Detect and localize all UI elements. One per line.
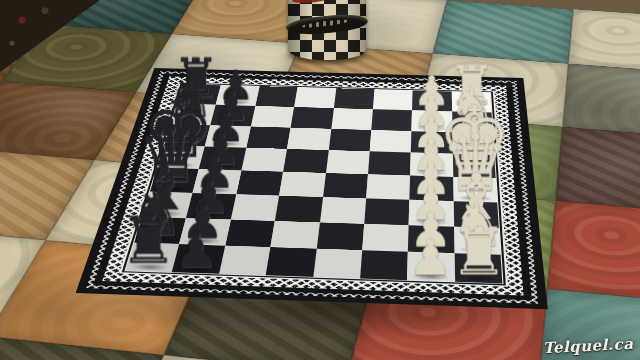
square-b3: [362, 224, 409, 252]
outer-lace-border: ♜♟♟♜♞♟♟♞♝♟♟♝♚♟♟♚♛♟♟♛♝♟♟♝♞♟♟♞♜♟♟♜: [86, 71, 538, 303]
square-c5: [275, 196, 323, 223]
square-a8: ♜: [126, 243, 180, 272]
square-a2: ♟: [407, 252, 454, 282]
pinstripe-outer: ♜♟♟♜♞♟♟♞♝♟♟♝♚♟♟♚♛♟♟♛♝♟♟♝♞♟♟♞♜♟♟♜: [119, 82, 508, 287]
square-a3: [360, 250, 408, 280]
square-g6: [251, 106, 295, 128]
square-a5: [266, 247, 316, 277]
square-b4: [316, 222, 364, 250]
black-pawn-a7: ♟: [173, 225, 217, 274]
square-d5: [279, 172, 325, 197]
square-h3: [373, 89, 413, 110]
black-rook-a8: ♜: [120, 208, 178, 272]
pinstripe-dark: ♜♟♟♜♞♟♟♞♝♟♟♝♚♟♟♚♛♟♟♛♝♟♟♝♞♟♟♞♜♟♟♜: [122, 83, 506, 286]
square-f5: [287, 127, 331, 150]
square-a4: [313, 249, 362, 279]
inner-lace-border: ♜♟♟♜♞♟♟♞♝♟♟♝♚♟♟♚♛♟♟♛♝♟♟♝♞♟♟♞♜♟♟♜: [102, 76, 523, 295]
white-pawn-a2: ♟: [409, 233, 453, 282]
pinstripe-inner: ♜♟♟♜♞♟♟♞♝♟♟♝♚♟♟♚♛♟♟♛♝♟♟♝♞♟♟♞♜♟♟♜: [124, 84, 503, 284]
square-h5: [294, 87, 336, 108]
border-gap: ♜♟♟♜♞♟♟♞♝♟♟♝♚♟♟♚♛♟♟♛♝♟♟♝♞♟♟♞♜♟♟♜: [93, 73, 532, 300]
square-d3: [366, 174, 410, 199]
square-g3: [371, 109, 412, 131]
square-d4: [323, 173, 368, 198]
square-e6: [241, 148, 287, 172]
square-e5: [283, 149, 328, 173]
square-f3: [370, 130, 412, 153]
square-b6: [225, 219, 275, 247]
white-rook-a1: ♜: [449, 219, 507, 284]
square-h4: [333, 88, 374, 109]
square-g5: [291, 107, 334, 129]
square-a1: ♜: [454, 253, 502, 283]
square-c6: [231, 194, 280, 221]
square-e3: [368, 151, 411, 175]
square-a7: ♟: [172, 244, 225, 273]
square-a6: [219, 246, 271, 276]
square-d6: [236, 170, 283, 195]
square-c4: [319, 197, 366, 224]
square-c3: [364, 198, 410, 225]
square-g4: [331, 108, 373, 130]
square-h6: [255, 86, 297, 107]
square-e4: [326, 150, 370, 174]
fabric-chess-mat: ♜♟♟♜♞♟♟♞♝♟♟♝♚♟♟♚♛♟♟♛♝♟♟♝♞♟♟♞♜♟♟♜: [76, 68, 548, 309]
square-b5: [270, 221, 319, 249]
board-scene: ♜♟♟♜♞♟♟♞♝♟♟♝♚♟♟♚♛♟♟♛♝♟♟♝♞♟♟♞♜♟♟♜: [0, 0, 640, 360]
square-f4: [328, 129, 371, 152]
square-f6: [246, 126, 291, 149]
photo-of-chess-set: ♜♟♟♜♞♟♟♞♝♟♟♝♚♟♟♚♛♟♟♛♝♟♟♝♞♟♟♞♜♟♟♜ Telquel…: [0, 0, 640, 360]
chess-board: ♜♟♟♜♞♟♟♞♝♟♟♝♚♟♟♚♛♟♟♛♝♟♟♝♞♟♟♞♜♟♟♜: [126, 84, 503, 283]
